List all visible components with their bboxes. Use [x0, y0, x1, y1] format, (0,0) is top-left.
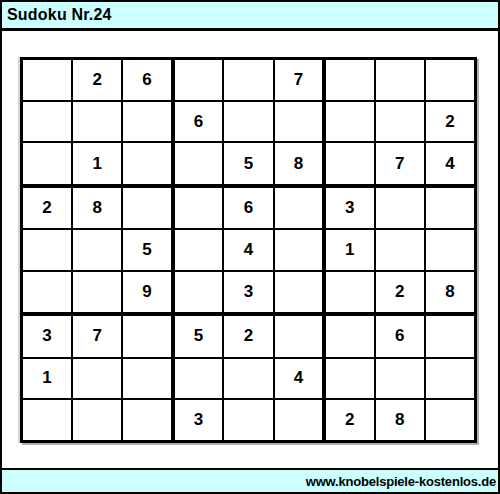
- sudoku-cell-r3c1: [22, 142, 72, 185]
- sudoku-cell-r9c3: [122, 399, 172, 442]
- sudoku-cell-r4c2: 8: [72, 186, 122, 229]
- sudoku-cell-r2c4: 6: [173, 101, 223, 143]
- sudoku-cell-r7c3: [122, 314, 172, 357]
- sudoku-cell-r3c7: [324, 142, 374, 185]
- sudoku-row-9: 328: [22, 399, 476, 442]
- sudoku-row-1: 267: [22, 59, 476, 101]
- sudoku-cell-r6c1: [22, 271, 72, 314]
- sudoku-cell-r3c8: 7: [375, 142, 425, 185]
- sudoku-cell-r3c2: 1: [72, 142, 122, 185]
- sudoku-cell-r6c6: [274, 271, 324, 314]
- sudoku-cell-r8c2: [72, 358, 122, 400]
- sudoku-cell-r6c4: [173, 271, 223, 314]
- sudoku-cell-r3c3: [122, 142, 172, 185]
- sudoku-cell-r6c7: [324, 271, 374, 314]
- sudoku-row-5: 541: [22, 229, 476, 271]
- sudoku-cell-r8c8: [375, 358, 425, 400]
- sudoku-cell-r8c9: [425, 358, 476, 400]
- sudoku-cell-r2c5: [223, 101, 273, 143]
- sudoku-cell-r7c5: 2: [223, 314, 273, 357]
- sudoku-cell-r6c5: 3: [223, 271, 273, 314]
- sudoku-cell-r2c8: [375, 101, 425, 143]
- sudoku-cell-r4c9: [425, 186, 476, 229]
- sudoku-cell-r8c5: [223, 358, 273, 400]
- sudoku-row-2: 62: [22, 101, 476, 143]
- sudoku-cell-r2c9: 2: [425, 101, 476, 143]
- sudoku-row-8: 14: [22, 358, 476, 400]
- sudoku-cell-r8c6: 4: [274, 358, 324, 400]
- sudoku-cell-r4c7: 3: [324, 186, 374, 229]
- sudoku-cell-r2c2: [72, 101, 122, 143]
- sudoku-board-body: 2676215874286354193283752614328: [22, 59, 476, 442]
- sudoku-cell-r1c1: [22, 59, 72, 101]
- sudoku-cell-r7c9: [425, 314, 476, 357]
- sudoku-cell-r2c3: [122, 101, 172, 143]
- sudoku-row-3: 15874: [22, 142, 476, 185]
- sudoku-cell-r7c1: 3: [22, 314, 72, 357]
- sudoku-cell-r3c5: 5: [223, 142, 273, 185]
- title-bar: Sudoku Nr.24: [2, 2, 498, 31]
- sudoku-cell-r2c6: [274, 101, 324, 143]
- sudoku-cell-r8c1: 1: [22, 358, 72, 400]
- sudoku-cell-r9c5: [223, 399, 273, 442]
- sudoku-cell-r1c5: [223, 59, 273, 101]
- footer-url[interactable]: www.knobelspiele-kostenlos.de: [306, 474, 496, 489]
- sudoku-cell-r4c8: [375, 186, 425, 229]
- main-area: 2676215874286354193283752614328: [2, 31, 498, 468]
- sudoku-cell-r2c7: [324, 101, 374, 143]
- sudoku-cell-r6c8: 2: [375, 271, 425, 314]
- sudoku-cell-r4c3: [122, 186, 172, 229]
- sudoku-cell-r5c5: 4: [223, 229, 273, 271]
- sudoku-cell-r9c7: 2: [324, 399, 374, 442]
- sudoku-cell-r5c7: 1: [324, 229, 374, 271]
- sudoku-cell-r5c3: 5: [122, 229, 172, 271]
- sudoku-cell-r1c8: [375, 59, 425, 101]
- sudoku-cell-r9c2: [72, 399, 122, 442]
- sudoku-cell-r4c1: 2: [22, 186, 72, 229]
- sudoku-cell-r5c8: [375, 229, 425, 271]
- sudoku-cell-r8c7: [324, 358, 374, 400]
- sudoku-cell-r7c6: [274, 314, 324, 357]
- sudoku-cell-r7c8: 6: [375, 314, 425, 357]
- page: Sudoku Nr.24 267621587428635419328375261…: [0, 0, 500, 494]
- sudoku-cell-r1c9: [425, 59, 476, 101]
- sudoku-cell-r2c1: [22, 101, 72, 143]
- sudoku-cell-r9c1: [22, 399, 72, 442]
- sudoku-cell-r5c6: [274, 229, 324, 271]
- sudoku-cell-r3c6: 8: [274, 142, 324, 185]
- sudoku-cell-r1c7: [324, 59, 374, 101]
- sudoku-row-4: 2863: [22, 186, 476, 229]
- footer-bar: www.knobelspiele-kostenlos.de: [2, 468, 498, 492]
- sudoku-cell-r3c4: [173, 142, 223, 185]
- sudoku-cell-r8c3: [122, 358, 172, 400]
- page-title: Sudoku Nr.24: [7, 6, 112, 24]
- sudoku-cell-r9c9: [425, 399, 476, 442]
- sudoku-cell-r4c6: [274, 186, 324, 229]
- sudoku-cell-r1c6: 7: [274, 59, 324, 101]
- sudoku-cell-r5c2: [72, 229, 122, 271]
- sudoku-cell-r6c9: 8: [425, 271, 476, 314]
- sudoku-cell-r3c9: 4: [425, 142, 476, 185]
- sudoku-cell-r9c8: 8: [375, 399, 425, 442]
- sudoku-cell-r5c1: [22, 229, 72, 271]
- sudoku-cell-r4c5: 6: [223, 186, 273, 229]
- sudoku-cell-r5c4: [173, 229, 223, 271]
- sudoku-cell-r7c2: 7: [72, 314, 122, 357]
- sudoku-row-7: 37526: [22, 314, 476, 357]
- sudoku-cell-r9c6: [274, 399, 324, 442]
- sudoku-row-6: 9328: [22, 271, 476, 314]
- sudoku-cell-r1c3: 6: [122, 59, 172, 101]
- sudoku-cell-r6c3: 9: [122, 271, 172, 314]
- sudoku-cell-r7c7: [324, 314, 374, 357]
- sudoku-cell-r6c2: [72, 271, 122, 314]
- sudoku-cell-r4c4: [173, 186, 223, 229]
- sudoku-cell-r5c9: [425, 229, 476, 271]
- sudoku-board: 2676215874286354193283752614328: [20, 57, 477, 443]
- sudoku-cell-r1c4: [173, 59, 223, 101]
- sudoku-cell-r8c4: [173, 358, 223, 400]
- sudoku-cell-r9c4: 3: [173, 399, 223, 442]
- sudoku-cell-r1c2: 2: [72, 59, 122, 101]
- sudoku-cell-r7c4: 5: [173, 314, 223, 357]
